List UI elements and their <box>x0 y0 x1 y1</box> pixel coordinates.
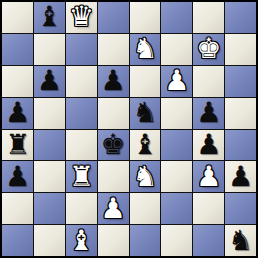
square-c2[interactable] <box>66 193 97 224</box>
piece-black-pawn[interactable]: ♟ <box>37 67 62 95</box>
square-c6[interactable] <box>66 66 97 97</box>
piece-white-knight[interactable]: ♞ <box>132 35 157 63</box>
square-a3[interactable]: ♟ <box>2 161 33 192</box>
square-d3[interactable] <box>98 161 129 192</box>
square-d8[interactable] <box>98 2 129 33</box>
square-e2[interactable] <box>130 193 161 224</box>
square-e6[interactable] <box>130 66 161 97</box>
piece-white-knight[interactable]: ♞ <box>132 163 157 191</box>
square-b6[interactable]: ♟ <box>34 66 65 97</box>
square-c4[interactable] <box>66 130 97 161</box>
square-f2[interactable] <box>161 193 192 224</box>
square-g6[interactable] <box>193 66 224 97</box>
piece-black-pawn[interactable]: ♟ <box>5 99 30 127</box>
square-b4[interactable] <box>34 130 65 161</box>
square-b2[interactable] <box>34 193 65 224</box>
square-h8[interactable] <box>225 2 256 33</box>
square-g8[interactable] <box>193 2 224 33</box>
piece-black-bishop[interactable]: ♝ <box>37 3 62 31</box>
square-c1[interactable]: ♝ <box>66 225 97 256</box>
square-g4[interactable]: ♟ <box>193 130 224 161</box>
square-c5[interactable] <box>66 98 97 129</box>
square-f5[interactable] <box>161 98 192 129</box>
square-h3[interactable]: ♟ <box>225 161 256 192</box>
piece-black-knight[interactable]: ♞ <box>228 227 253 255</box>
square-c7[interactable] <box>66 34 97 65</box>
piece-white-pawn[interactable]: ♟ <box>164 67 189 95</box>
square-h7[interactable] <box>225 34 256 65</box>
square-f6[interactable]: ♟ <box>161 66 192 97</box>
piece-black-pawn[interactable]: ♟ <box>5 163 30 191</box>
square-g5[interactable]: ♟ <box>193 98 224 129</box>
piece-white-pawn[interactable]: ♟ <box>196 163 221 191</box>
square-e8[interactable] <box>130 2 161 33</box>
square-g3[interactable]: ♟ <box>193 161 224 192</box>
square-e1[interactable] <box>130 225 161 256</box>
square-c8[interactable]: ♛ <box>66 2 97 33</box>
square-a2[interactable] <box>2 193 33 224</box>
square-e5[interactable]: ♞ <box>130 98 161 129</box>
square-a7[interactable] <box>2 34 33 65</box>
square-b8[interactable]: ♝ <box>34 2 65 33</box>
square-e3[interactable]: ♞ <box>130 161 161 192</box>
square-d5[interactable] <box>98 98 129 129</box>
square-a5[interactable]: ♟ <box>2 98 33 129</box>
piece-white-rook[interactable]: ♜ <box>69 163 94 191</box>
square-h2[interactable] <box>225 193 256 224</box>
square-c3[interactable]: ♜ <box>66 161 97 192</box>
square-a1[interactable] <box>2 225 33 256</box>
square-a8[interactable] <box>2 2 33 33</box>
square-h4[interactable] <box>225 130 256 161</box>
square-e7[interactable]: ♞ <box>130 34 161 65</box>
square-d7[interactable] <box>98 34 129 65</box>
square-b5[interactable] <box>34 98 65 129</box>
piece-white-queen[interactable]: ♛ <box>69 3 94 31</box>
square-a6[interactable] <box>2 66 33 97</box>
square-f8[interactable] <box>161 2 192 33</box>
chess-board-container: ♝♛♞♚♟♟♟♟♞♟♜♚♝♟♟♜♞♟♟♟♝♞ <box>0 0 258 258</box>
square-d4[interactable]: ♚ <box>98 130 129 161</box>
piece-black-pawn[interactable]: ♟ <box>101 67 126 95</box>
piece-black-bishop[interactable]: ♝ <box>132 131 157 159</box>
square-b7[interactable] <box>34 34 65 65</box>
square-b1[interactable] <box>34 225 65 256</box>
square-h1[interactable]: ♞ <box>225 225 256 256</box>
square-d1[interactable] <box>98 225 129 256</box>
piece-white-bishop[interactable]: ♝ <box>69 227 94 255</box>
square-a4[interactable]: ♜ <box>2 130 33 161</box>
square-h5[interactable] <box>225 98 256 129</box>
square-g1[interactable] <box>193 225 224 256</box>
piece-black-pawn[interactable]: ♟ <box>228 163 253 191</box>
piece-black-pawn[interactable]: ♟ <box>196 99 221 127</box>
piece-white-king[interactable]: ♚ <box>196 35 221 63</box>
square-f4[interactable] <box>161 130 192 161</box>
square-f3[interactable] <box>161 161 192 192</box>
square-h6[interactable] <box>225 66 256 97</box>
square-f7[interactable] <box>161 34 192 65</box>
piece-black-rook[interactable]: ♜ <box>5 131 30 159</box>
square-e4[interactable]: ♝ <box>130 130 161 161</box>
square-f1[interactable] <box>161 225 192 256</box>
piece-black-knight[interactable]: ♞ <box>132 99 157 127</box>
square-d6[interactable]: ♟ <box>98 66 129 97</box>
square-g7[interactable]: ♚ <box>193 34 224 65</box>
square-b3[interactable] <box>34 161 65 192</box>
piece-black-king[interactable]: ♚ <box>101 131 126 159</box>
square-d2[interactable]: ♟ <box>98 193 129 224</box>
piece-white-pawn[interactable]: ♟ <box>101 195 126 223</box>
piece-black-pawn[interactable]: ♟ <box>196 131 221 159</box>
square-g2[interactable] <box>193 193 224 224</box>
chess-board: ♝♛♞♚♟♟♟♟♞♟♜♚♝♟♟♜♞♟♟♟♝♞ <box>0 0 258 258</box>
